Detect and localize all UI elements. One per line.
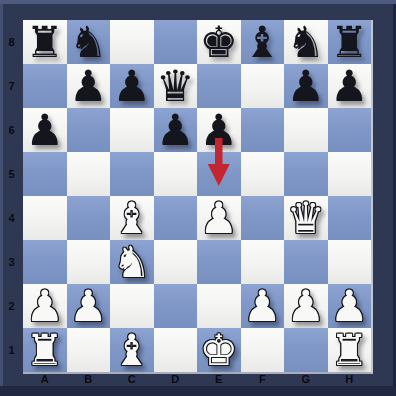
- piece-white-bishop[interactable]: ♝: [112, 329, 151, 372]
- piece-white-rook[interactable]: ♜: [330, 329, 369, 372]
- piece-white-pawn[interactable]: ♟: [199, 197, 238, 240]
- square-d5[interactable]: [154, 152, 198, 196]
- square-f7[interactable]: [241, 64, 285, 108]
- rank-label-3: 3: [0, 240, 23, 284]
- square-g8[interactable]: ♞: [284, 20, 328, 64]
- square-f2[interactable]: ♟: [241, 284, 285, 328]
- square-d4[interactable]: [154, 196, 198, 240]
- square-a1[interactable]: ♜: [23, 328, 67, 372]
- chess-board: ♜♞♚♝♞♜♟♟♛♟♟♟♟♟♝♟♛♞♟♟♟♟♟♜♝♚♜: [23, 20, 373, 374]
- file-label-b: B: [67, 371, 111, 386]
- piece-black-pawn[interactable]: ♟: [69, 65, 108, 108]
- square-a7[interactable]: [23, 64, 67, 108]
- square-h6[interactable]: [328, 108, 372, 152]
- rank-label-4: 4: [0, 196, 23, 240]
- piece-black-pawn[interactable]: ♟: [286, 65, 325, 108]
- piece-white-queen[interactable]: ♛: [286, 197, 325, 240]
- file-label-f: F: [241, 371, 285, 386]
- square-e5[interactable]: [197, 152, 241, 196]
- square-a4[interactable]: [23, 196, 67, 240]
- piece-white-knight[interactable]: ♞: [112, 241, 151, 284]
- rank-label-7: 7: [0, 64, 23, 108]
- piece-black-rook[interactable]: ♜: [25, 21, 64, 64]
- piece-black-pawn[interactable]: ♟: [199, 109, 238, 152]
- rank-labels: 87654321: [0, 20, 23, 372]
- square-d7[interactable]: ♛: [154, 64, 198, 108]
- square-c3[interactable]: ♞: [110, 240, 154, 284]
- square-a6[interactable]: ♟: [23, 108, 67, 152]
- square-f1[interactable]: [241, 328, 285, 372]
- square-a8[interactable]: ♜: [23, 20, 67, 64]
- file-label-c: C: [110, 371, 154, 386]
- square-d2[interactable]: [154, 284, 198, 328]
- square-g6[interactable]: [284, 108, 328, 152]
- square-g4[interactable]: ♛: [284, 196, 328, 240]
- square-h4[interactable]: [328, 196, 372, 240]
- square-f5[interactable]: [241, 152, 285, 196]
- square-f8[interactable]: ♝: [241, 20, 285, 64]
- square-d6[interactable]: ♟: [154, 108, 198, 152]
- piece-black-queen[interactable]: ♛: [156, 65, 195, 108]
- square-g1[interactable]: [284, 328, 328, 372]
- rank-label-1: 1: [0, 328, 23, 372]
- square-b1[interactable]: [67, 328, 111, 372]
- square-h1[interactable]: ♜: [328, 328, 372, 372]
- file-label-a: A: [23, 371, 67, 386]
- rank-label-6: 6: [0, 108, 23, 152]
- piece-black-pawn[interactable]: ♟: [112, 65, 151, 108]
- rank-label-5: 5: [0, 152, 23, 196]
- square-a5[interactable]: [23, 152, 67, 196]
- file-labels: ABCDEFGH: [23, 371, 371, 386]
- square-c8[interactable]: [110, 20, 154, 64]
- square-c2[interactable]: [110, 284, 154, 328]
- square-f6[interactable]: [241, 108, 285, 152]
- chess-board-frame: 87654321 ♜♞♚♝♞♜♟♟♛♟♟♟♟♟♝♟♛♞♟♟♟♟♟♜♝♚♜ ABC…: [0, 0, 396, 396]
- square-e2[interactable]: [197, 284, 241, 328]
- piece-black-knight[interactable]: ♞: [286, 21, 325, 64]
- square-c1[interactable]: ♝: [110, 328, 154, 372]
- square-g2[interactable]: ♟: [284, 284, 328, 328]
- square-b6[interactable]: [67, 108, 111, 152]
- square-b3[interactable]: [67, 240, 111, 284]
- frame-top-bevel: [0, 0, 396, 4]
- square-f3[interactable]: [241, 240, 285, 284]
- piece-white-pawn[interactable]: ♟: [25, 285, 64, 328]
- square-b2[interactable]: ♟: [67, 284, 111, 328]
- square-e7[interactable]: [197, 64, 241, 108]
- square-h5[interactable]: [328, 152, 372, 196]
- piece-white-pawn[interactable]: ♟: [286, 285, 325, 328]
- square-h8[interactable]: ♜: [328, 20, 372, 64]
- square-b8[interactable]: ♞: [67, 20, 111, 64]
- square-e4[interactable]: ♟: [197, 196, 241, 240]
- piece-white-king[interactable]: ♚: [199, 329, 238, 372]
- square-b5[interactable]: [67, 152, 111, 196]
- square-g7[interactable]: ♟: [284, 64, 328, 108]
- square-b7[interactable]: ♟: [67, 64, 111, 108]
- piece-black-king[interactable]: ♚: [199, 21, 238, 64]
- piece-black-knight[interactable]: ♞: [69, 21, 108, 64]
- piece-white-bishop[interactable]: ♝: [112, 197, 151, 240]
- square-c4[interactable]: ♝: [110, 196, 154, 240]
- square-d3[interactable]: [154, 240, 198, 284]
- file-label-g: G: [284, 371, 328, 386]
- square-c5[interactable]: [110, 152, 154, 196]
- square-g5[interactable]: [284, 152, 328, 196]
- square-b4[interactable]: [67, 196, 111, 240]
- square-h7[interactable]: ♟: [328, 64, 372, 108]
- piece-white-pawn[interactable]: ♟: [69, 285, 108, 328]
- piece-white-pawn[interactable]: ♟: [330, 285, 369, 328]
- square-d1[interactable]: [154, 328, 198, 372]
- piece-black-bishop[interactable]: ♝: [243, 21, 282, 64]
- piece-black-pawn[interactable]: ♟: [25, 109, 64, 152]
- square-g3[interactable]: [284, 240, 328, 284]
- square-h2[interactable]: ♟: [328, 284, 372, 328]
- file-label-e: E: [197, 371, 241, 386]
- piece-black-pawn[interactable]: ♟: [156, 109, 195, 152]
- rank-label-8: 8: [0, 20, 23, 64]
- piece-black-pawn[interactable]: ♟: [330, 65, 369, 108]
- square-c7[interactable]: ♟: [110, 64, 154, 108]
- square-d8[interactable]: [154, 20, 198, 64]
- square-c6[interactable]: [110, 108, 154, 152]
- square-h3[interactable]: [328, 240, 372, 284]
- piece-black-rook[interactable]: ♜: [330, 21, 369, 64]
- square-f4[interactable]: [241, 196, 285, 240]
- frame-bottom-bevel: [0, 386, 396, 396]
- square-e3[interactable]: [197, 240, 241, 284]
- square-a3[interactable]: [23, 240, 67, 284]
- piece-white-pawn[interactable]: ♟: [243, 285, 282, 328]
- square-e1[interactable]: ♚: [197, 328, 241, 372]
- file-label-d: D: [154, 371, 198, 386]
- square-e8[interactable]: ♚: [197, 20, 241, 64]
- file-label-h: H: [328, 371, 372, 386]
- piece-white-rook[interactable]: ♜: [25, 329, 64, 372]
- rank-label-2: 2: [0, 284, 23, 328]
- square-e6[interactable]: ♟: [197, 108, 241, 152]
- square-a2[interactable]: ♟: [23, 284, 67, 328]
